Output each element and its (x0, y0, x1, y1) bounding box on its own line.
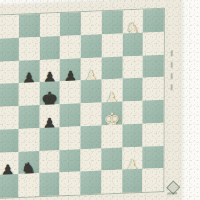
square-e6: ♟ (81, 57, 102, 81)
square-h2 (143, 145, 164, 169)
square-e5 (81, 80, 102, 104)
square-d4 (60, 103, 81, 127)
square-g6 (122, 55, 143, 79)
square-f5: ♟ (101, 79, 122, 103)
square-d5 (60, 81, 81, 105)
square-b1 (18, 173, 39, 197)
chess-board-photo: ♞♟♟♟♟♚♟♟♚♟♞♟ (0, 0, 182, 200)
chess-board-grid: ♞♟♟♟♟♚♟♟♚♟♞♟ (0, 8, 165, 199)
square-c6: ♟ (39, 59, 60, 83)
square-f2 (101, 147, 122, 171)
square-c8 (39, 13, 60, 37)
square-f3 (101, 124, 122, 148)
square-a6 (0, 60, 19, 84)
square-h8 (143, 9, 164, 33)
square-c7 (39, 36, 60, 60)
square-g4 (122, 101, 143, 125)
square-g1 (122, 169, 143, 193)
square-e4 (81, 102, 102, 126)
square-h3 (143, 123, 164, 147)
square-a4 (0, 106, 18, 130)
square-f6 (101, 56, 122, 80)
square-a2: ♟ (0, 151, 18, 175)
square-b4 (18, 105, 39, 129)
square-g7 (122, 32, 143, 56)
square-e1 (80, 171, 101, 195)
square-a3 (0, 129, 18, 153)
square-c4: ♟ (39, 104, 60, 128)
square-a7 (0, 38, 19, 62)
square-a5 (0, 83, 19, 107)
square-g5 (122, 78, 143, 102)
square-d8 (60, 12, 81, 36)
square-e3 (80, 125, 101, 149)
brand-text-smudge (171, 50, 176, 90)
square-c1 (39, 173, 60, 197)
square-e8 (81, 11, 102, 35)
square-h1 (143, 168, 164, 192)
square-g3 (122, 123, 143, 147)
square-d1 (60, 172, 81, 196)
square-d2 (60, 149, 81, 173)
square-f4: ♚ (101, 102, 122, 126)
square-h6 (143, 54, 164, 78)
square-f8 (102, 10, 123, 34)
square-b3 (18, 128, 39, 152)
square-c3 (39, 127, 60, 151)
square-c2 (39, 150, 60, 174)
square-b2: ♞ (18, 151, 39, 175)
square-e7 (81, 34, 102, 58)
square-h5 (143, 77, 164, 101)
square-g8: ♞ (122, 10, 143, 34)
square-e2 (80, 148, 101, 172)
square-d3 (60, 126, 81, 150)
square-b5 (18, 82, 39, 106)
square-a8 (0, 15, 19, 39)
square-f1 (101, 170, 122, 194)
square-d7 (60, 35, 81, 59)
square-b6: ♟ (19, 60, 40, 84)
square-b7 (19, 37, 40, 61)
square-h7 (143, 32, 164, 56)
square-g2: ♟ (122, 146, 143, 170)
square-f7 (102, 33, 123, 57)
maker-diamond-logo-icon (166, 182, 178, 195)
logo-caption-smudge (167, 192, 177, 194)
square-b8 (19, 14, 40, 38)
square-h4 (143, 100, 164, 124)
square-d6: ♟ (60, 58, 81, 82)
square-c5: ♚ (39, 81, 60, 105)
square-a1 (0, 174, 18, 198)
